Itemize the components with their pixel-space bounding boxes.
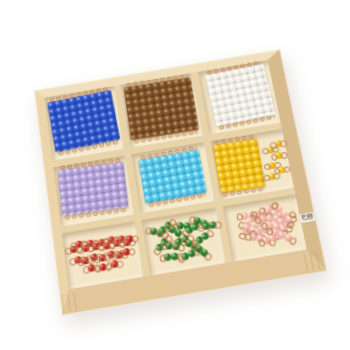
compartment-pink-3: [222, 194, 307, 262]
bead-wire-loop-icon: [116, 260, 124, 268]
bead-wire-loop-icon: [106, 262, 114, 270]
copper-loops-top: [59, 157, 122, 171]
copper-loops-bottom: [148, 192, 206, 208]
bead-block-brown-8: [123, 77, 199, 140]
compartment-light-blue-5: [132, 142, 214, 213]
bead-wire-loop-icon: [263, 174, 271, 181]
front-wall-joint-left: [61, 292, 80, 313]
bead-wire-loop-icon: [197, 224, 205, 232]
green-bead-bar: [193, 244, 209, 258]
bead-wire-loop-icon: [262, 148, 270, 155]
red-bead-bar: [99, 263, 107, 271]
front-wall-joint-right: [303, 251, 323, 272]
bead-wire-loop-icon: [103, 252, 111, 260]
compartment-yellow-4: [210, 129, 294, 199]
bead-wire-loop-icon: [77, 259, 85, 267]
bead-wire-loop-icon: [160, 243, 167, 250]
yellow-bead-bar: [267, 172, 275, 180]
compartment-brown-8: [121, 73, 202, 148]
bead-wire-loop-icon: [98, 244, 106, 252]
bead-wire-loop-icon: [69, 258, 77, 266]
compartment-green-2: [142, 208, 225, 276]
copper-loops-top: [139, 145, 197, 161]
wooden-bead-box: Nienhuis: [34, 49, 327, 316]
brand-label-text: Nienhuis: [301, 217, 314, 222]
bead-wire-loop-icon: [280, 152, 288, 159]
bead-block-yellow-4: [213, 138, 266, 193]
red-bead-bar: [87, 264, 95, 272]
bead-block-white-7: [205, 64, 276, 127]
red-bead-bar: [123, 248, 131, 256]
bead-wire-loop-icon: [214, 221, 222, 229]
copper-loops-bottom: [222, 185, 266, 197]
bead-wire-loop-icon: [128, 248, 136, 256]
copper-loops-top: [125, 73, 189, 88]
compartment-white-7: [198, 60, 281, 134]
bead-wire-loop-icon: [86, 255, 94, 263]
copper-loops-bottom: [133, 129, 198, 144]
bead-wire-loop-icon: [132, 235, 140, 243]
bead-wire-loop-icon: [270, 142, 278, 149]
yellow-bead-bar: [278, 166, 286, 174]
bead-wire-loop-icon: [160, 255, 167, 262]
bead-wire-loop-icon: [118, 250, 126, 258]
copper-loops-bottom: [217, 114, 274, 131]
compartment-red-1: [62, 221, 144, 289]
bead-wire-loop-icon: [95, 265, 103, 273]
bead-wire-loop-icon: [236, 213, 243, 220]
red-bead-bar: [126, 235, 134, 243]
copper-loops-top: [48, 86, 109, 104]
compartment-purple-6: [53, 155, 134, 226]
brand-label: Nienhuis: [299, 212, 315, 223]
bead-wire-loop-icon: [94, 256, 102, 264]
bead-wire-loop-icon: [176, 255, 185, 264]
copper-loops-bottom: [57, 140, 119, 158]
bead-block-dark-blue-9: [47, 90, 120, 153]
bead-wire-loop-icon: [273, 172, 281, 179]
copper-loops-top: [205, 60, 261, 76]
bead-wire-loop-icon: [171, 223, 178, 230]
bead-wire-loop-icon: [70, 242, 77, 250]
bead-block-purple-6: [57, 161, 129, 216]
bead-wire-loop-icon: [283, 166, 291, 173]
green-bead-bar: [164, 253, 179, 261]
photo-background: Nienhuis: [0, 0, 350, 350]
yellow-bead-bar: [274, 140, 282, 148]
bead-wire-loop-icon: [264, 163, 272, 170]
red-bead-bar: [111, 260, 119, 268]
bead-block-light-blue-5: [138, 150, 207, 204]
box-orientation-wrapper: Nienhuis: [28, 42, 322, 314]
box-interior: [45, 60, 307, 289]
yellow-bead-bar: [275, 152, 283, 160]
bead-wire-loop-icon: [83, 266, 91, 274]
bead-wire-loop-icon: [280, 140, 288, 147]
compartment-dark-blue-9: [45, 86, 124, 161]
copper-loops-top: [213, 134, 256, 146]
copper-loops-bottom: [64, 207, 128, 221]
bead-wire-loop-icon: [271, 153, 279, 160]
bead-wire-loop-icon: [122, 237, 130, 245]
